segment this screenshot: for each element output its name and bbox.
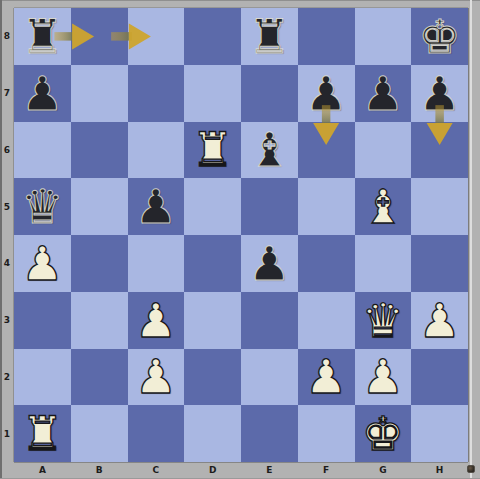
file-label-c: C [128,465,184,475]
square-d3[interactable] [184,292,241,349]
piece-black-rook-e8[interactable]: ♜ [241,8,298,65]
piece-white-pawn-g2[interactable]: ♟ [355,349,412,406]
square-f6[interactable] [298,122,355,179]
rank-label-7: 7 [0,88,14,98]
square-f8[interactable] [298,8,355,65]
square-d1[interactable] [184,405,241,462]
piece-black-pawn-e4[interactable]: ♟ [241,235,298,292]
piece-black-pawn-h7[interactable]: ♟ [411,65,468,122]
file-label-b: B [71,465,127,475]
square-h5[interactable] [411,178,468,235]
piece-black-queen-a5[interactable]: ♛ [14,178,71,235]
file-label-h: H [412,465,468,475]
square-c7[interactable] [128,65,185,122]
rank-label-3: 3 [0,315,14,325]
piece-black-pawn-a7[interactable]: ♟ [14,65,71,122]
piece-white-pawn-c3[interactable]: ♟ [128,292,185,349]
square-g8[interactable] [355,8,412,65]
piece-white-pawn-f2[interactable]: ♟ [298,349,355,406]
file-label-a: A [14,465,70,475]
square-d5[interactable] [184,178,241,235]
piece-white-king-g1[interactable]: ♚ [355,405,412,462]
square-c1[interactable] [128,405,185,462]
square-h2[interactable] [411,349,468,406]
file-label-d: D [185,465,241,475]
square-b5[interactable] [71,178,128,235]
square-g4[interactable] [355,235,412,292]
rank-label-6: 6 [0,145,14,155]
square-e5[interactable] [241,178,298,235]
rank-label-5: 5 [0,202,14,212]
piece-white-rook-d6[interactable]: ♜ [184,122,241,179]
square-h6[interactable] [411,122,468,179]
rank-label-2: 2 [0,372,14,382]
piece-white-queen-g3[interactable]: ♛ [355,292,412,349]
square-f3[interactable] [298,292,355,349]
square-h4[interactable] [411,235,468,292]
piece-white-rook-a1[interactable]: ♜ [14,405,71,462]
file-label-g: G [355,465,411,475]
square-b4[interactable] [71,235,128,292]
square-d8[interactable] [184,8,241,65]
square-e3[interactable] [241,292,298,349]
piece-black-pawn-c5[interactable]: ♟ [128,178,185,235]
square-h1[interactable] [411,405,468,462]
piece-white-bishop-g5[interactable]: ♝ [355,178,412,235]
square-c4[interactable] [128,235,185,292]
piece-black-pawn-g7[interactable]: ♟ [355,65,412,122]
rank-label-1: 1 [0,429,14,439]
square-c8[interactable] [128,8,185,65]
square-a2[interactable] [14,349,71,406]
square-b2[interactable] [71,349,128,406]
square-f4[interactable] [298,235,355,292]
square-e7[interactable] [241,65,298,122]
file-labels: ABCDEFGH [14,462,468,479]
square-b8[interactable] [71,8,128,65]
square-d4[interactable] [184,235,241,292]
square-d7[interactable] [184,65,241,122]
piece-black-pawn-f7[interactable]: ♟ [298,65,355,122]
square-b7[interactable] [71,65,128,122]
file-label-f: F [298,465,354,475]
piece-black-king-h8[interactable]: ♚ [411,8,468,65]
square-f5[interactable] [298,178,355,235]
square-d2[interactable] [184,349,241,406]
file-label-e: E [241,465,297,475]
rank-label-8: 8 [0,31,14,41]
piece-black-bishop-e6[interactable]: ♝ [241,122,298,179]
square-f1[interactable] [298,405,355,462]
rank-label-4: 4 [0,258,14,268]
frame-top-edge [0,0,480,1]
corner-grip-icon [467,465,475,473]
square-b1[interactable] [71,405,128,462]
square-b3[interactable] [71,292,128,349]
chess-board[interactable]: ♜♜♚♟♟♟♟♜♝♛♟♝♟♟♟♛♟♟♟♟♜♚ [14,8,468,462]
square-e1[interactable] [241,405,298,462]
piece-white-pawn-a4[interactable]: ♟ [14,235,71,292]
piece-white-pawn-h3[interactable]: ♟ [411,292,468,349]
square-a3[interactable] [14,292,71,349]
square-g6[interactable] [355,122,412,179]
square-b6[interactable] [71,122,128,179]
frame-right-highlight [470,0,472,479]
piece-white-pawn-c2[interactable]: ♟ [128,349,185,406]
rank-labels: 87654321 [0,8,14,462]
piece-black-rook-a8[interactable]: ♜ [14,8,71,65]
square-a6[interactable] [14,122,71,179]
square-e2[interactable] [241,349,298,406]
square-c6[interactable] [128,122,185,179]
